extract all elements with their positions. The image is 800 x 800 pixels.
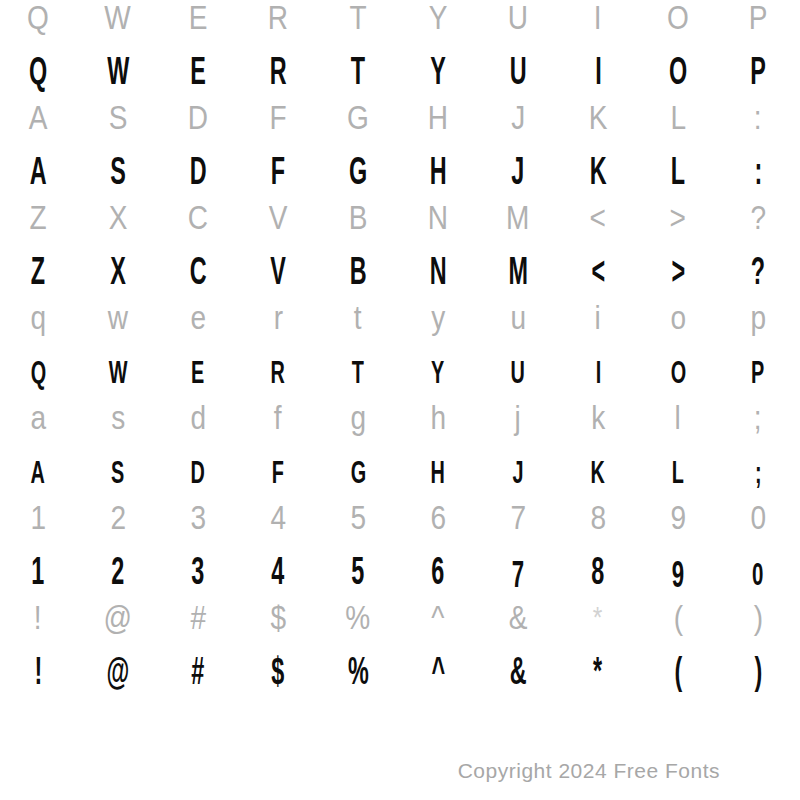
glyph-cell: h bbox=[430, 401, 446, 434]
glyph-cell: R bbox=[270, 51, 287, 90]
glyph-cell: S bbox=[111, 456, 124, 488]
glyph-cell: j bbox=[515, 401, 521, 434]
glyph-cell: 5 bbox=[350, 501, 366, 534]
glyph-cell: ? bbox=[750, 201, 766, 234]
specimen-char-row: QWERTYUIOP bbox=[0, 342, 798, 392]
glyph-cell: F bbox=[269, 101, 286, 134]
glyph-cell: $ bbox=[271, 651, 284, 690]
glyph-cell: > bbox=[670, 201, 686, 234]
glyph-cell: Q bbox=[30, 356, 45, 388]
glyph-cell: * bbox=[593, 651, 602, 690]
glyph-cell: M bbox=[508, 251, 528, 290]
glyph-cell: 2 bbox=[111, 551, 124, 590]
glyph-cell: 0 bbox=[750, 501, 766, 534]
glyph-cell: S bbox=[110, 151, 126, 190]
glyph-cell: N bbox=[430, 251, 447, 290]
glyph-cell: w bbox=[108, 301, 128, 334]
glyph-cell: J bbox=[511, 101, 525, 134]
glyph-cell: 9 bbox=[670, 501, 686, 534]
glyph-cell: G bbox=[349, 151, 367, 190]
glyph-cell: B bbox=[349, 201, 368, 234]
glyph-cell: 1 bbox=[30, 501, 46, 534]
glyph-cell: ; bbox=[754, 401, 762, 434]
glyph-cell: K bbox=[589, 101, 608, 134]
glyph-cell: ) bbox=[753, 601, 762, 634]
glyph-cell: N bbox=[428, 201, 448, 234]
glyph-cell: $ bbox=[270, 601, 286, 634]
glyph-cell: A bbox=[29, 101, 48, 134]
glyph-cell: d bbox=[190, 401, 206, 434]
glyph-cell: k bbox=[591, 401, 605, 434]
glyph-cell: 6 bbox=[431, 551, 444, 590]
glyph-cell: H bbox=[428, 101, 448, 134]
glyph-cell: L bbox=[670, 101, 686, 134]
specimen-char-row: QWERTYUIOP bbox=[0, 42, 798, 92]
glyph-cell: 3 bbox=[191, 551, 204, 590]
glyph-cell: M bbox=[506, 201, 529, 234]
reference-char-row: !@#$%^&*() bbox=[0, 592, 798, 642]
glyph-cell: A bbox=[30, 151, 47, 190]
glyph-cell: : bbox=[754, 101, 762, 134]
glyph-cell: a bbox=[30, 401, 46, 434]
glyph-cell: I bbox=[595, 356, 601, 388]
reference-char-row: QWERTYUIOP bbox=[0, 0, 798, 42]
glyph-cell: < bbox=[591, 251, 605, 290]
glyph-cell: Q bbox=[27, 1, 49, 34]
glyph-cell: K bbox=[591, 456, 605, 488]
glyph-cell: F bbox=[272, 456, 284, 488]
glyph-cell: q bbox=[30, 301, 46, 334]
glyph-cell: W bbox=[105, 1, 131, 34]
glyph-cell: Z bbox=[29, 201, 46, 234]
glyph-cell: t bbox=[354, 301, 362, 334]
glyph-cell: O bbox=[670, 356, 685, 388]
glyph-cell: U bbox=[511, 356, 525, 388]
glyph-cell: D bbox=[188, 101, 208, 134]
glyph-cell: l bbox=[675, 401, 681, 434]
glyph-cell: s bbox=[111, 401, 125, 434]
glyph-cell: A bbox=[31, 456, 45, 488]
glyph-cell: X bbox=[109, 201, 128, 234]
glyph-cell: T bbox=[351, 51, 365, 90]
glyph-cell: u bbox=[510, 301, 526, 334]
glyph-cell: 4 bbox=[271, 551, 284, 590]
glyph-cell: 2 bbox=[110, 501, 126, 534]
glyph-cell: y bbox=[431, 301, 445, 334]
glyph-cell: o bbox=[670, 301, 686, 334]
glyph-cell: J bbox=[512, 456, 523, 488]
glyph-cell: r bbox=[273, 301, 282, 334]
glyph-cell: # bbox=[191, 651, 204, 690]
glyph-cell: 1 bbox=[31, 551, 44, 590]
glyph-cell: H bbox=[430, 151, 447, 190]
glyph-cell: ! bbox=[34, 601, 42, 634]
glyph-cell: D bbox=[190, 151, 207, 190]
glyph-cell: ^ bbox=[431, 651, 445, 690]
char-grid: QWERTYUIOPQWERTYUIOPASDFGHJKL:ASDFGHJKL:… bbox=[0, 0, 798, 692]
glyph-cell: W bbox=[107, 51, 129, 90]
glyph-cell: O bbox=[667, 1, 689, 34]
specimen-char-row: ZXCVBNM<>? bbox=[0, 242, 798, 292]
glyph-cell: C bbox=[190, 251, 207, 290]
glyph-cell: 6 bbox=[430, 501, 446, 534]
specimen-char-row: 1234567890 bbox=[0, 542, 798, 592]
glyph-cell: R bbox=[271, 356, 285, 388]
glyph-cell: P bbox=[749, 1, 768, 34]
glyph-cell: 3 bbox=[190, 501, 206, 534]
glyph-cell: J bbox=[511, 151, 524, 190]
glyph-cell: T bbox=[349, 1, 366, 34]
glyph-cell: E bbox=[191, 356, 204, 388]
glyph-cell: : bbox=[754, 151, 762, 190]
glyph-cell: < bbox=[590, 201, 606, 234]
glyph-cell: e bbox=[190, 301, 206, 334]
glyph-cell: & bbox=[510, 651, 527, 690]
reference-char-row: ZXCVBNM<>? bbox=[0, 192, 798, 242]
font-specimen-sheet: QWERTYUIOPQWERTYUIOPASDFGHJKL:ASDFGHJKL:… bbox=[0, 0, 800, 800]
glyph-cell: ( bbox=[674, 651, 682, 690]
glyph-cell: Q bbox=[29, 51, 47, 90]
glyph-cell: & bbox=[509, 601, 528, 634]
glyph-cell: % bbox=[346, 601, 371, 634]
glyph-cell: T bbox=[352, 356, 364, 388]
glyph-cell: 7 bbox=[512, 555, 524, 592]
glyph-cell: V bbox=[270, 251, 286, 290]
glyph-cell: U bbox=[510, 51, 527, 90]
glyph-cell: ? bbox=[751, 251, 765, 290]
glyph-cell: G bbox=[350, 456, 365, 488]
glyph-cell: 9 bbox=[672, 555, 684, 592]
glyph-cell: P bbox=[751, 356, 764, 388]
glyph-cell: Y bbox=[430, 51, 446, 90]
glyph-cell: ! bbox=[34, 651, 42, 690]
glyph-cell: ; bbox=[755, 456, 762, 488]
specimen-char-row: ASDFGHJKL; bbox=[0, 442, 798, 492]
glyph-cell: p bbox=[750, 301, 766, 334]
glyph-cell: F bbox=[271, 151, 285, 190]
glyph-cell: % bbox=[348, 651, 369, 690]
glyph-cell: * bbox=[593, 603, 603, 632]
glyph-cell: I bbox=[595, 51, 602, 90]
glyph-cell: O bbox=[669, 51, 687, 90]
glyph-cell: S bbox=[109, 101, 128, 134]
glyph-cell: g bbox=[350, 401, 366, 434]
glyph-cell: K bbox=[590, 151, 607, 190]
glyph-cell: E bbox=[190, 51, 206, 90]
glyph-cell: 8 bbox=[591, 551, 604, 590]
glyph-cell: E bbox=[189, 1, 208, 34]
glyph-cell: L bbox=[671, 151, 685, 190]
reference-char-row: qwertyuiop bbox=[0, 292, 798, 342]
glyph-cell: > bbox=[671, 251, 685, 290]
glyph-cell: I bbox=[594, 1, 602, 34]
glyph-cell: Z bbox=[31, 251, 45, 290]
glyph-cell: C bbox=[188, 201, 208, 234]
glyph-cell: V bbox=[269, 201, 288, 234]
glyph-cell: ( bbox=[673, 601, 682, 634]
glyph-cell: Y bbox=[431, 356, 444, 388]
glyph-cell: 8 bbox=[590, 501, 606, 534]
specimen-char-row: ASDFGHJKL: bbox=[0, 142, 798, 192]
glyph-cell: 5 bbox=[351, 551, 364, 590]
copyright-text: Copyright 2024 Free Fonts bbox=[458, 759, 720, 783]
glyph-cell: U bbox=[508, 1, 528, 34]
glyph-cell: P bbox=[750, 51, 766, 90]
glyph-cell: Y bbox=[429, 1, 448, 34]
glyph-cell: @ bbox=[107, 651, 130, 690]
glyph-cell: ) bbox=[754, 651, 762, 690]
glyph-cell: H bbox=[431, 456, 445, 488]
glyph-cell: 0 bbox=[752, 559, 763, 590]
reference-char-row: ASDFGHJKL: bbox=[0, 92, 798, 142]
glyph-cell: ^ bbox=[431, 601, 444, 634]
glyph-cell: D bbox=[191, 456, 205, 488]
glyph-cell: # bbox=[190, 601, 206, 634]
glyph-cell: i bbox=[595, 301, 601, 334]
glyph-cell: @ bbox=[104, 601, 132, 634]
specimen-char-row: !@#$%^&*() bbox=[0, 642, 798, 692]
glyph-cell: B bbox=[350, 251, 367, 290]
glyph-cell: f bbox=[274, 401, 282, 434]
reference-char-row: 1234567890 bbox=[0, 492, 798, 542]
glyph-cell: X bbox=[110, 251, 126, 290]
glyph-cell: 4 bbox=[270, 501, 286, 534]
glyph-cell: L bbox=[672, 456, 684, 488]
reference-char-row: asdfghjkl; bbox=[0, 392, 798, 442]
glyph-cell: 7 bbox=[510, 501, 526, 534]
glyph-cell: G bbox=[347, 101, 369, 134]
glyph-cell: W bbox=[109, 356, 128, 388]
glyph-cell: R bbox=[268, 1, 288, 34]
